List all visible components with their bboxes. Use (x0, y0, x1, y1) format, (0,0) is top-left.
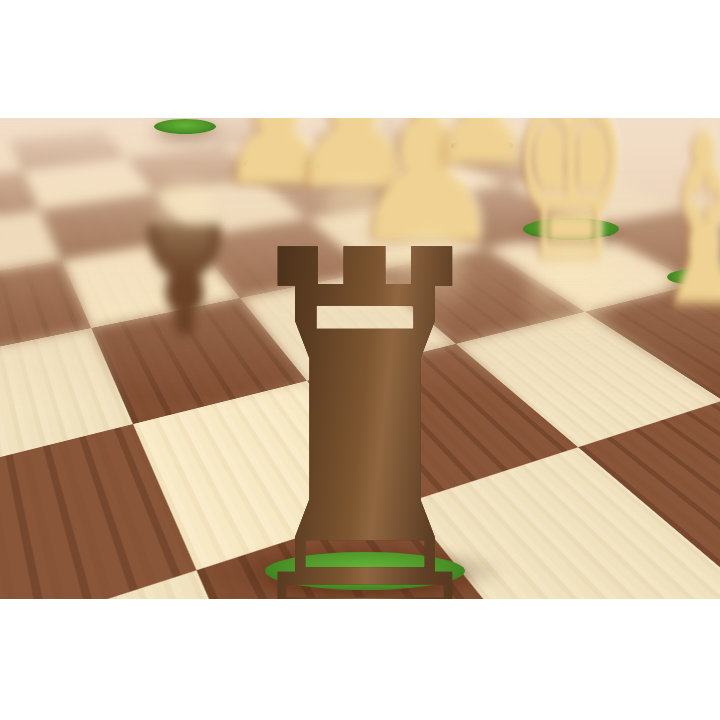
light-king-tall-piece-reflection (529, 248, 613, 343)
photo-caption: Close-up photograph of a dark golden-ros… (0, 0, 1, 1)
inverted-dark-pawn-reflection (156, 180, 214, 275)
page: { "game": "chess", "scene": { "type": "p… (0, 0, 720, 720)
light-piece-right-edge: ♝ (646, 118, 720, 339)
dark-rook: ♜ (226, 188, 504, 599)
chess-photo: ♟♟♟♟♟♚♝♜ (0, 118, 720, 599)
inverted-dark-pawn-felt-base (154, 119, 216, 134)
